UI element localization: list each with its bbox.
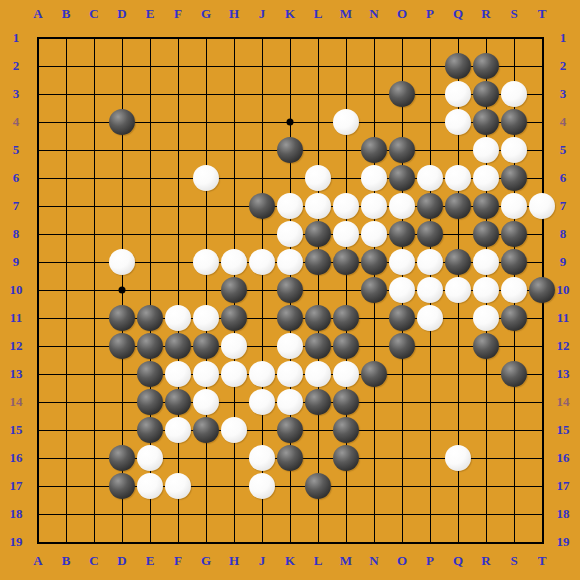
stone-black-D12[interactable]: [109, 333, 135, 359]
stone-black-D17[interactable]: [109, 473, 135, 499]
column-label: N: [369, 553, 378, 569]
stone-white-Q4[interactable]: [445, 109, 471, 135]
stone-white-J9[interactable]: [249, 249, 275, 275]
column-label: P: [426, 553, 434, 569]
stone-black-H10[interactable]: [221, 277, 247, 303]
row-label: 9: [560, 254, 567, 270]
column-label: P: [426, 6, 434, 22]
row-label: 13: [557, 366, 570, 382]
stone-white-P9[interactable]: [417, 249, 443, 275]
stone-black-D11[interactable]: [109, 305, 135, 331]
stone-black-M9[interactable]: [333, 249, 359, 275]
column-label: B: [62, 6, 71, 22]
row-label: 19: [557, 534, 570, 550]
stone-white-R5[interactable]: [473, 137, 499, 163]
stone-white-F15[interactable]: [165, 417, 191, 443]
stone-black-N13[interactable]: [361, 361, 387, 387]
stone-black-S11[interactable]: [501, 305, 527, 331]
row-label: 5: [560, 142, 567, 158]
row-label: 16: [10, 450, 23, 466]
stone-black-N5[interactable]: [361, 137, 387, 163]
stone-black-O11[interactable]: [389, 305, 415, 331]
stone-white-S3[interactable]: [501, 81, 527, 107]
stone-white-S10[interactable]: [501, 277, 527, 303]
stone-black-H11[interactable]: [221, 305, 247, 331]
column-label: A: [33, 553, 42, 569]
stone-black-M11[interactable]: [333, 305, 359, 331]
stone-white-Q3[interactable]: [445, 81, 471, 107]
stone-white-O7[interactable]: [389, 193, 415, 219]
column-label: O: [397, 553, 407, 569]
row-label: 2: [560, 58, 567, 74]
stone-black-O5[interactable]: [389, 137, 415, 163]
column-label: S: [510, 6, 517, 22]
stone-black-K11[interactable]: [277, 305, 303, 331]
stone-white-O10[interactable]: [389, 277, 415, 303]
stone-white-R11[interactable]: [473, 305, 499, 331]
column-label: H: [229, 553, 239, 569]
stone-white-F13[interactable]: [165, 361, 191, 387]
stone-black-S4[interactable]: [501, 109, 527, 135]
stone-white-H13[interactable]: [221, 361, 247, 387]
stone-white-K9[interactable]: [277, 249, 303, 275]
row-label: 17: [557, 478, 570, 494]
stone-white-S5[interactable]: [501, 137, 527, 163]
row-label: 10: [557, 282, 570, 298]
row-label: 17: [10, 478, 23, 494]
row-label: 15: [557, 422, 570, 438]
column-label: S: [510, 553, 517, 569]
stone-black-R8[interactable]: [473, 221, 499, 247]
row-label: 1: [560, 30, 567, 46]
column-label: L: [314, 553, 323, 569]
stone-black-E11[interactable]: [137, 305, 163, 331]
stone-white-H9[interactable]: [221, 249, 247, 275]
stone-white-K14[interactable]: [277, 389, 303, 415]
column-label: J: [259, 6, 266, 22]
row-label: 1: [13, 30, 20, 46]
row-label: 8: [560, 226, 567, 242]
stone-white-O9[interactable]: [389, 249, 415, 275]
column-label: M: [340, 553, 352, 569]
star-point-K4: [287, 119, 294, 126]
stone-white-J17[interactable]: [249, 473, 275, 499]
column-label: Q: [453, 6, 463, 22]
column-label: K: [285, 553, 295, 569]
row-label: 4: [560, 114, 567, 130]
row-label: 2: [13, 58, 20, 74]
row-label: 11: [557, 310, 569, 326]
stone-white-G14[interactable]: [193, 389, 219, 415]
stone-white-P11[interactable]: [417, 305, 443, 331]
stone-white-J14[interactable]: [249, 389, 275, 415]
stone-black-E14[interactable]: [137, 389, 163, 415]
stone-white-M7[interactable]: [333, 193, 359, 219]
column-label: D: [117, 6, 126, 22]
stone-white-P10[interactable]: [417, 277, 443, 303]
stone-black-O12[interactable]: [389, 333, 415, 359]
stone-black-Q9[interactable]: [445, 249, 471, 275]
stone-black-S6[interactable]: [501, 165, 527, 191]
row-label: 16: [557, 450, 570, 466]
stone-black-O3[interactable]: [389, 81, 415, 107]
stone-black-Q7[interactable]: [445, 193, 471, 219]
row-label: 10: [10, 282, 23, 298]
stone-black-E15[interactable]: [137, 417, 163, 443]
stone-white-M8[interactable]: [333, 221, 359, 247]
stone-black-R3[interactable]: [473, 81, 499, 107]
stone-black-N9[interactable]: [361, 249, 387, 275]
column-label: R: [481, 553, 490, 569]
column-label: M: [340, 6, 352, 22]
column-label: Q: [453, 553, 463, 569]
stone-white-R6[interactable]: [473, 165, 499, 191]
stone-white-R10[interactable]: [473, 277, 499, 303]
column-label: E: [146, 553, 155, 569]
row-label: 5: [13, 142, 20, 158]
row-label: 7: [560, 198, 567, 214]
row-label: 18: [557, 506, 570, 522]
column-label: G: [201, 553, 211, 569]
row-label: 15: [10, 422, 23, 438]
stone-black-Q2[interactable]: [445, 53, 471, 79]
stone-white-G11[interactable]: [193, 305, 219, 331]
stone-black-L12[interactable]: [305, 333, 331, 359]
column-label: C: [89, 6, 98, 22]
column-label: F: [174, 6, 182, 22]
column-label: G: [201, 6, 211, 22]
stone-white-L7[interactable]: [305, 193, 331, 219]
row-label: 7: [13, 198, 20, 214]
column-label: R: [481, 6, 490, 22]
stone-white-H12[interactable]: [221, 333, 247, 359]
row-label: 12: [557, 338, 570, 354]
stone-black-G12[interactable]: [193, 333, 219, 359]
stone-white-K13[interactable]: [277, 361, 303, 387]
row-label: 12: [10, 338, 23, 354]
stone-black-R7[interactable]: [473, 193, 499, 219]
stone-black-M15[interactable]: [333, 417, 359, 443]
row-label: 6: [560, 170, 567, 186]
stone-white-M13[interactable]: [333, 361, 359, 387]
stone-white-G13[interactable]: [193, 361, 219, 387]
stone-black-F12[interactable]: [165, 333, 191, 359]
row-label: 14: [557, 394, 570, 410]
stone-black-S13[interactable]: [501, 361, 527, 387]
row-label: 3: [560, 86, 567, 102]
column-label: O: [397, 6, 407, 22]
star-point-D10: [119, 287, 126, 294]
row-label: 3: [13, 86, 20, 102]
stone-white-Q6[interactable]: [445, 165, 471, 191]
stone-black-R4[interactable]: [473, 109, 499, 135]
stone-black-M16[interactable]: [333, 445, 359, 471]
stone-black-D16[interactable]: [109, 445, 135, 471]
stone-white-M4[interactable]: [333, 109, 359, 135]
stone-black-L17[interactable]: [305, 473, 331, 499]
column-label: N: [369, 6, 378, 22]
column-label: J: [259, 553, 266, 569]
stone-white-H15[interactable]: [221, 417, 247, 443]
row-label: 6: [13, 170, 20, 186]
stone-black-L9[interactable]: [305, 249, 331, 275]
stone-black-D4[interactable]: [109, 109, 135, 135]
column-label: F: [174, 553, 182, 569]
stone-white-P6[interactable]: [417, 165, 443, 191]
column-label: H: [229, 6, 239, 22]
stone-white-J13[interactable]: [249, 361, 275, 387]
stone-black-E12[interactable]: [137, 333, 163, 359]
column-label: L: [314, 6, 323, 22]
column-label: D: [117, 553, 126, 569]
stone-black-S8[interactable]: [501, 221, 527, 247]
stone-black-T10[interactable]: [529, 277, 555, 303]
stone-black-L14[interactable]: [305, 389, 331, 415]
column-label: B: [62, 553, 71, 569]
stone-black-K16[interactable]: [277, 445, 303, 471]
stone-white-L6[interactable]: [305, 165, 331, 191]
stone-black-K10[interactable]: [277, 277, 303, 303]
stone-black-S9[interactable]: [501, 249, 527, 275]
row-label: 4: [13, 114, 20, 130]
stone-black-L11[interactable]: [305, 305, 331, 331]
stone-white-D9[interactable]: [109, 249, 135, 275]
stone-black-R2[interactable]: [473, 53, 499, 79]
stone-black-N10[interactable]: [361, 277, 387, 303]
stone-white-K12[interactable]: [277, 333, 303, 359]
stone-black-O8[interactable]: [389, 221, 415, 247]
stone-white-T7[interactable]: [529, 193, 555, 219]
column-label: T: [538, 553, 547, 569]
stone-black-P8[interactable]: [417, 221, 443, 247]
stone-black-O6[interactable]: [389, 165, 415, 191]
stone-white-N7[interactable]: [361, 193, 387, 219]
stone-black-R12[interactable]: [473, 333, 499, 359]
row-label: 9: [13, 254, 20, 270]
stone-white-R9[interactable]: [473, 249, 499, 275]
column-label: T: [538, 6, 547, 22]
stone-white-F17[interactable]: [165, 473, 191, 499]
stone-black-G15[interactable]: [193, 417, 219, 443]
stone-white-J16[interactable]: [249, 445, 275, 471]
column-label: C: [89, 553, 98, 569]
stone-black-P7[interactable]: [417, 193, 443, 219]
stone-black-E13[interactable]: [137, 361, 163, 387]
column-label: E: [146, 6, 155, 22]
stone-white-S7[interactable]: [501, 193, 527, 219]
stone-black-F14[interactable]: [165, 389, 191, 415]
stone-white-E16[interactable]: [137, 445, 163, 471]
row-label: 8: [13, 226, 20, 242]
stone-white-Q16[interactable]: [445, 445, 471, 471]
row-label: 11: [10, 310, 22, 326]
stone-white-F11[interactable]: [165, 305, 191, 331]
column-label: A: [33, 6, 42, 22]
column-label: K: [285, 6, 295, 22]
stone-white-E17[interactable]: [137, 473, 163, 499]
stone-black-M12[interactable]: [333, 333, 359, 359]
stone-white-Q10[interactable]: [445, 277, 471, 303]
stone-white-G9[interactable]: [193, 249, 219, 275]
stone-black-K5[interactable]: [277, 137, 303, 163]
stone-black-L8[interactable]: [305, 221, 331, 247]
stone-white-K8[interactable]: [277, 221, 303, 247]
stone-black-J7[interactable]: [249, 193, 275, 219]
stone-black-M14[interactable]: [333, 389, 359, 415]
row-label: 18: [10, 506, 23, 522]
row-label: 19: [10, 534, 23, 550]
go-board-app: ABCDEFGHJKLMNOPQRST ABCDEFGHJKLMNOPQRST …: [0, 0, 580, 580]
row-label: 14: [10, 394, 23, 410]
stone-white-K7[interactable]: [277, 193, 303, 219]
stone-white-G6[interactable]: [193, 165, 219, 191]
stone-white-L13[interactable]: [305, 361, 331, 387]
stone-white-N8[interactable]: [361, 221, 387, 247]
stone-white-N6[interactable]: [361, 165, 387, 191]
row-label: 13: [10, 366, 23, 382]
stone-black-K15[interactable]: [277, 417, 303, 443]
